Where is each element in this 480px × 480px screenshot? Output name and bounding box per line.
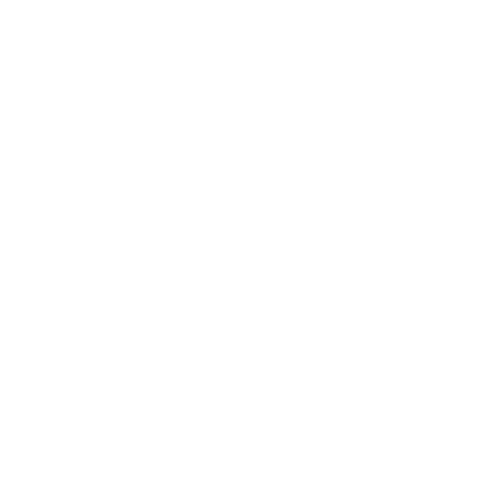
board-grid xyxy=(38,38,480,480)
chess-set-photo xyxy=(0,0,480,480)
chess-board xyxy=(0,0,480,480)
